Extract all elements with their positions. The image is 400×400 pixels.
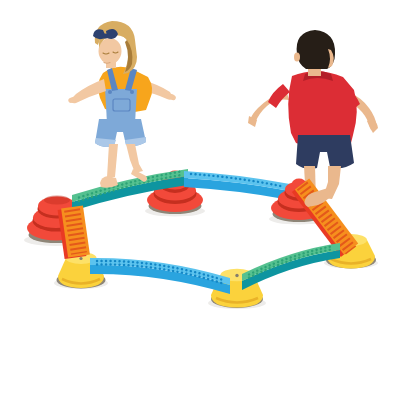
- boy-shorts: [296, 135, 354, 169]
- girl-bow-knot: [102, 33, 108, 38]
- girl-back-leg: [126, 144, 143, 173]
- balance-course-scene: [0, 0, 400, 400]
- girl-overalls-button: [130, 90, 134, 94]
- boy: [248, 30, 378, 201]
- boy-right-hand: [367, 118, 378, 133]
- balance-beam-blue-bottom: [90, 258, 230, 294]
- girl-front-leg: [107, 144, 118, 177]
- stone-center-hole: [79, 257, 82, 260]
- ramp-orange-left: [58, 206, 90, 260]
- girl: [68, 21, 177, 188]
- girl-front-foot: [100, 176, 118, 188]
- stone-center-hole: [235, 274, 238, 277]
- product-photo: [0, 0, 400, 400]
- girl-face: [99, 38, 122, 64]
- girl-overalls-button: [108, 90, 112, 94]
- girl-overalls-bib: [105, 89, 137, 123]
- stone-top-surface: [44, 196, 70, 205]
- boy-ear: [294, 53, 300, 62]
